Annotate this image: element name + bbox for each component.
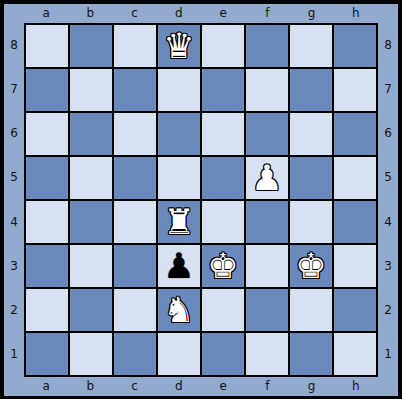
rank-label-7: 7 [378, 67, 398, 111]
white-king-icon[interactable]: ♚ [295, 245, 326, 287]
square-e7[interactable] [202, 69, 244, 111]
square-a8[interactable] [26, 25, 68, 67]
square-g2[interactable] [290, 289, 332, 331]
square-a4[interactable] [26, 201, 68, 243]
file-label-c: c [113, 4, 157, 23]
white-queen-icon[interactable]: ♛ [163, 25, 194, 67]
board-frame: abcdefgh 87654321 ♛♟♜♟♚♚♞ 87654321 abcde… [4, 4, 398, 396]
rank-labels-right: 87654321 [378, 23, 398, 377]
square-d2[interactable]: ♞ [158, 289, 200, 331]
file-label-h: h [334, 377, 378, 396]
frame-corner-bottom-right [378, 377, 398, 396]
file-label-f: f [245, 4, 289, 23]
file-label-g: g [290, 377, 334, 396]
square-h6[interactable] [334, 113, 376, 155]
rank-label-6: 6 [378, 111, 398, 155]
square-f3[interactable] [246, 245, 288, 287]
file-label-e: e [201, 4, 245, 23]
square-b8[interactable] [70, 25, 112, 67]
square-b3[interactable] [70, 245, 112, 287]
square-e4[interactable] [202, 201, 244, 243]
square-e6[interactable] [202, 113, 244, 155]
file-label-d: d [157, 377, 201, 396]
file-label-b: b [68, 377, 112, 396]
file-label-g: g [290, 4, 334, 23]
square-c1[interactable] [114, 333, 156, 375]
square-d7[interactable] [158, 69, 200, 111]
square-d4[interactable]: ♜ [158, 201, 200, 243]
square-g1[interactable] [290, 333, 332, 375]
file-labels-top: abcdefgh [24, 4, 378, 23]
square-g5[interactable] [290, 157, 332, 199]
square-d1[interactable] [158, 333, 200, 375]
square-f1[interactable] [246, 333, 288, 375]
square-d5[interactable] [158, 157, 200, 199]
square-b7[interactable] [70, 69, 112, 111]
square-f8[interactable] [246, 25, 288, 67]
chess-board: abcdefgh 87654321 ♛♟♜♟♚♚♞ 87654321 abcde… [0, 0, 402, 399]
square-c3[interactable] [114, 245, 156, 287]
rank-label-2: 2 [4, 288, 24, 332]
square-h3[interactable] [334, 245, 376, 287]
square-a5[interactable] [26, 157, 68, 199]
board-squares-grid: ♛♟♜♟♚♚♞ [24, 23, 378, 377]
square-f7[interactable] [246, 69, 288, 111]
rank-labels-left: 87654321 [4, 23, 24, 377]
square-g7[interactable] [290, 69, 332, 111]
square-b1[interactable] [70, 333, 112, 375]
square-d8[interactable]: ♛ [158, 25, 200, 67]
white-pawn-icon[interactable]: ♟ [251, 157, 282, 199]
rank-label-4: 4 [378, 200, 398, 244]
square-g8[interactable] [290, 25, 332, 67]
square-c8[interactable] [114, 25, 156, 67]
square-f2[interactable] [246, 289, 288, 331]
square-h5[interactable] [334, 157, 376, 199]
square-f6[interactable] [246, 113, 288, 155]
square-g6[interactable] [290, 113, 332, 155]
rank-label-4: 4 [4, 200, 24, 244]
file-label-a: a [24, 377, 68, 396]
rank-label-8: 8 [378, 23, 398, 67]
rank-label-3: 3 [378, 244, 398, 288]
rank-label-1: 1 [4, 332, 24, 376]
rank-label-3: 3 [4, 244, 24, 288]
square-f4[interactable] [246, 201, 288, 243]
square-g4[interactable] [290, 201, 332, 243]
file-label-f: f [245, 377, 289, 396]
rank-label-8: 8 [4, 23, 24, 67]
frame-corner-top-right [378, 4, 398, 23]
square-b4[interactable] [70, 201, 112, 243]
square-f5[interactable]: ♟ [246, 157, 288, 199]
file-labels-bottom: abcdefgh [24, 377, 378, 396]
file-label-h: h [334, 4, 378, 23]
file-label-a: a [24, 4, 68, 23]
square-a2[interactable] [26, 289, 68, 331]
square-c5[interactable] [114, 157, 156, 199]
square-e1[interactable] [202, 333, 244, 375]
square-b5[interactable] [70, 157, 112, 199]
square-c7[interactable] [114, 69, 156, 111]
black-king-icon[interactable]: ♚ [207, 245, 238, 287]
square-e2[interactable] [202, 289, 244, 331]
square-b2[interactable] [70, 289, 112, 331]
frame-corner-bottom-left [4, 377, 24, 396]
file-label-d: d [157, 4, 201, 23]
square-c6[interactable] [114, 113, 156, 155]
square-g3[interactable]: ♚ [290, 245, 332, 287]
file-label-e: e [201, 377, 245, 396]
rank-label-1: 1 [378, 332, 398, 376]
square-h8[interactable] [334, 25, 376, 67]
square-c4[interactable] [114, 201, 156, 243]
square-h1[interactable] [334, 333, 376, 375]
square-c2[interactable] [114, 289, 156, 331]
black-pawn-icon[interactable]: ♟ [163, 245, 194, 287]
square-a6[interactable] [26, 113, 68, 155]
file-label-b: b [68, 4, 112, 23]
rank-label-5: 5 [4, 155, 24, 199]
square-a1[interactable] [26, 333, 68, 375]
square-d6[interactable] [158, 113, 200, 155]
file-label-c: c [113, 377, 157, 396]
white-rook-icon[interactable]: ♜ [163, 201, 194, 243]
rank-label-5: 5 [378, 155, 398, 199]
chess-diagram-page: abcdefgh 87654321 ♛♟♜♟♚♚♞ 87654321 abcde… [0, 0, 402, 399]
rank-label-7: 7 [4, 67, 24, 111]
rank-label-2: 2 [378, 288, 398, 332]
frame-corner-top-left [4, 4, 24, 23]
square-e3[interactable]: ♚ [202, 245, 244, 287]
square-e5[interactable] [202, 157, 244, 199]
square-a7[interactable] [26, 69, 68, 111]
square-d3[interactable]: ♟ [158, 245, 200, 287]
square-h2[interactable] [334, 289, 376, 331]
square-a3[interactable] [26, 245, 68, 287]
rank-label-6: 6 [4, 111, 24, 155]
square-e8[interactable] [202, 25, 244, 67]
square-h7[interactable] [334, 69, 376, 111]
white-knight-icon[interactable]: ♞ [163, 289, 194, 331]
square-h4[interactable] [334, 201, 376, 243]
square-b6[interactable] [70, 113, 112, 155]
